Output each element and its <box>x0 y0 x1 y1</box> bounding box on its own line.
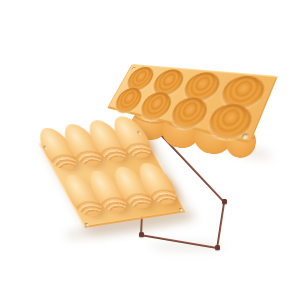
hanging-hole <box>84 223 89 227</box>
frame-right-bar <box>216 202 225 249</box>
front-mold-dome-side <box>38 127 186 228</box>
hanging-hole <box>241 133 249 140</box>
frame-corner-joint <box>215 245 220 250</box>
frame-corner-joint <box>139 232 144 237</box>
product-photo <box>0 0 300 300</box>
hanging-hole <box>178 208 183 212</box>
frame-corner-joint <box>222 199 227 204</box>
